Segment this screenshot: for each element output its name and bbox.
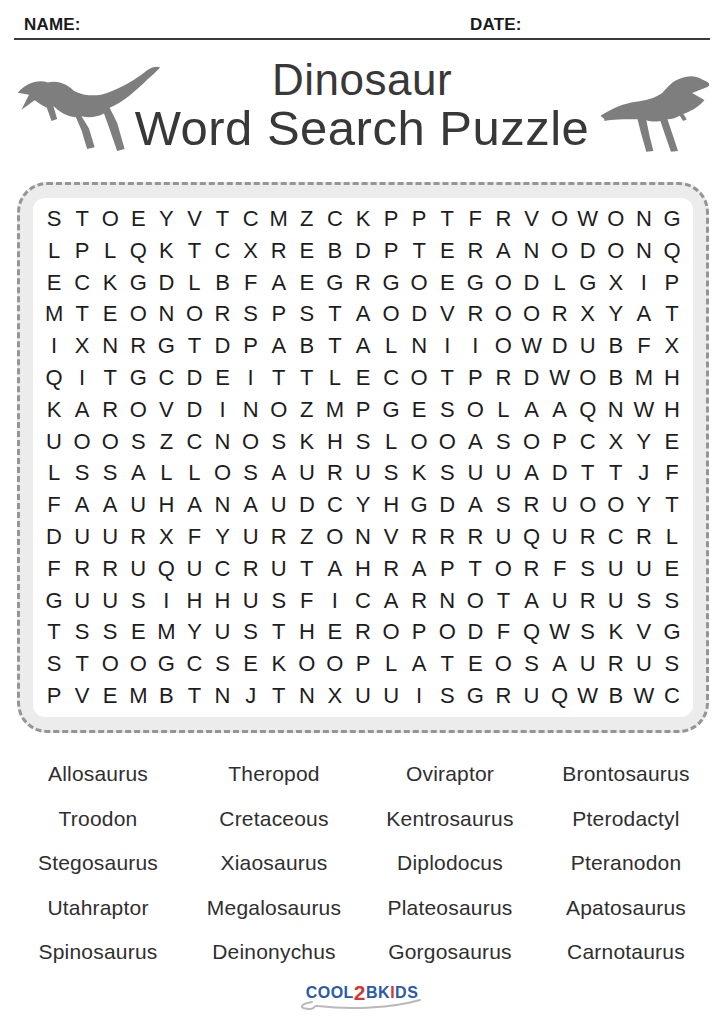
grid-cell[interactable]: K xyxy=(293,426,321,458)
grid-cell[interactable]: P xyxy=(349,394,377,426)
grid-cell[interactable]: C xyxy=(209,235,237,267)
grid-cell[interactable]: R xyxy=(124,521,152,553)
grid-cell[interactable]: P xyxy=(349,648,377,680)
grid-cell[interactable]: S xyxy=(68,617,96,649)
grid-cell[interactable]: O xyxy=(546,235,574,267)
grid-cell[interactable]: S xyxy=(124,585,152,617)
grid-cell[interactable]: F xyxy=(489,617,517,649)
grid-cell[interactable]: B xyxy=(293,330,321,362)
grid-cell[interactable]: K xyxy=(349,203,377,235)
grid-cell[interactable]: S xyxy=(517,648,545,680)
grid-cell[interactable]: A xyxy=(349,330,377,362)
grid-cell[interactable]: R xyxy=(124,330,152,362)
grid-cell[interactable]: K xyxy=(602,617,630,649)
grid-cell[interactable]: T xyxy=(433,362,461,394)
grid-cell[interactable]: G xyxy=(461,680,489,712)
grid-cell[interactable]: Q xyxy=(517,521,545,553)
grid-cell[interactable]: S xyxy=(489,426,517,458)
grid-cell[interactable]: O xyxy=(68,426,96,458)
grid-cell[interactable]: D xyxy=(433,489,461,521)
grid-cell[interactable]: D xyxy=(209,330,237,362)
grid-cell[interactable]: X xyxy=(574,298,602,330)
grid-cell[interactable]: D xyxy=(517,362,545,394)
grid-cell[interactable]: J xyxy=(237,680,265,712)
grid-cell[interactable]: T xyxy=(265,680,293,712)
grid-cell[interactable]: D xyxy=(40,521,68,553)
grid-cell[interactable]: L xyxy=(546,267,574,299)
grid-cell[interactable]: O xyxy=(433,617,461,649)
grid-cell[interactable]: I xyxy=(405,680,433,712)
grid-cell[interactable]: A xyxy=(517,458,545,490)
grid-cell[interactable]: G xyxy=(321,267,349,299)
grid-cell[interactable]: S xyxy=(658,585,686,617)
grid-cell[interactable]: P xyxy=(405,203,433,235)
grid-cell[interactable]: I xyxy=(630,267,658,299)
grid-cell[interactable]: K xyxy=(152,235,180,267)
grid-cell[interactable]: U xyxy=(517,680,545,712)
grid-cell[interactable]: Y xyxy=(602,298,630,330)
grid-cell[interactable]: A xyxy=(517,394,545,426)
grid-cell[interactable]: U xyxy=(68,585,96,617)
grid-cell[interactable]: P xyxy=(377,235,405,267)
grid-cell[interactable]: H xyxy=(152,489,180,521)
grid-cell[interactable]: T xyxy=(433,648,461,680)
grid-cell[interactable]: H xyxy=(658,362,686,394)
grid-cell[interactable]: R xyxy=(433,521,461,553)
grid-cell[interactable]: C xyxy=(321,203,349,235)
grid-cell[interactable]: A xyxy=(546,394,574,426)
grid-cell[interactable]: P xyxy=(658,267,686,299)
grid-cell[interactable]: X xyxy=(152,521,180,553)
grid-cell[interactable]: B xyxy=(602,680,630,712)
grid-cell[interactable]: O xyxy=(489,553,517,585)
grid-cell[interactable]: S xyxy=(574,617,602,649)
grid-cell[interactable]: R xyxy=(209,298,237,330)
grid-cell[interactable]: A xyxy=(265,267,293,299)
grid-cell[interactable]: S xyxy=(489,489,517,521)
grid-cell[interactable]: Y xyxy=(630,489,658,521)
grid-cell[interactable]: E xyxy=(237,648,265,680)
grid-cell[interactable]: T xyxy=(180,235,208,267)
grid-cell[interactable]: I xyxy=(237,362,265,394)
grid-cell[interactable]: Y xyxy=(349,489,377,521)
grid-cell[interactable]: A xyxy=(349,298,377,330)
grid-cell[interactable]: N xyxy=(293,680,321,712)
grid-cell[interactable]: D xyxy=(293,489,321,521)
grid-cell[interactable]: E xyxy=(124,617,152,649)
grid-cell[interactable]: E xyxy=(321,617,349,649)
grid-cell[interactable]: H xyxy=(293,617,321,649)
grid-cell[interactable]: S xyxy=(96,617,124,649)
grid-cell[interactable]: P xyxy=(461,362,489,394)
grid-cell[interactable]: U xyxy=(265,489,293,521)
grid-cell[interactable]: N xyxy=(630,203,658,235)
grid-cell[interactable]: R xyxy=(574,521,602,553)
grid-cell[interactable]: L xyxy=(40,235,68,267)
grid-cell[interactable]: A xyxy=(180,489,208,521)
grid-cell[interactable]: U xyxy=(96,521,124,553)
grid-cell[interactable]: S xyxy=(40,648,68,680)
grid-cell[interactable]: E xyxy=(658,553,686,585)
grid-cell[interactable]: U xyxy=(630,648,658,680)
grid-cell[interactable]: P xyxy=(405,617,433,649)
grid-cell[interactable]: R xyxy=(546,298,574,330)
grid-cell[interactable]: O xyxy=(489,648,517,680)
grid-cell[interactable]: F xyxy=(630,330,658,362)
grid-cell[interactable]: D xyxy=(180,362,208,394)
grid-cell[interactable]: C xyxy=(321,489,349,521)
grid-cell[interactable]: Q xyxy=(40,362,68,394)
grid-cell[interactable]: R xyxy=(96,394,124,426)
grid-cell[interactable]: R xyxy=(489,203,517,235)
grid-cell[interactable]: V xyxy=(433,298,461,330)
grid-cell[interactable]: W xyxy=(546,362,574,394)
grid-cell[interactable]: D xyxy=(574,235,602,267)
grid-cell[interactable]: C xyxy=(237,203,265,235)
grid-cell[interactable]: U xyxy=(349,458,377,490)
grid-cell[interactable]: H xyxy=(321,426,349,458)
grid-cell[interactable]: T xyxy=(265,617,293,649)
grid-cell[interactable]: A xyxy=(68,489,96,521)
grid-cell[interactable]: O xyxy=(433,426,461,458)
grid-cell[interactable]: Y xyxy=(209,521,237,553)
grid-cell[interactable]: R xyxy=(96,553,124,585)
grid-cell[interactable]: H xyxy=(377,489,405,521)
grid-cell[interactable]: O xyxy=(574,489,602,521)
grid-cell[interactable]: G xyxy=(377,394,405,426)
grid-cell[interactable]: R xyxy=(602,648,630,680)
grid-cell[interactable]: M xyxy=(152,617,180,649)
grid-cell[interactable]: D xyxy=(461,617,489,649)
grid-cell[interactable]: N xyxy=(209,426,237,458)
grid-cell[interactable]: J xyxy=(630,458,658,490)
grid-cell[interactable]: O xyxy=(209,458,237,490)
grid-cell[interactable]: T xyxy=(68,203,96,235)
grid-cell[interactable]: G xyxy=(658,203,686,235)
grid-cell[interactable]: Z xyxy=(293,203,321,235)
grid-cell[interactable]: L xyxy=(489,394,517,426)
grid-cell[interactable]: T xyxy=(68,648,96,680)
grid-cell[interactable]: A xyxy=(405,553,433,585)
grid-cell[interactable]: E xyxy=(433,267,461,299)
grid-cell[interactable]: O xyxy=(461,585,489,617)
grid-cell[interactable]: N xyxy=(405,330,433,362)
grid-cell[interactable]: U xyxy=(574,330,602,362)
grid-cell[interactable]: Q xyxy=(574,394,602,426)
grid-cell[interactable]: F xyxy=(461,203,489,235)
grid-cell[interactable]: U xyxy=(68,521,96,553)
grid-cell[interactable]: X xyxy=(321,680,349,712)
grid-cell[interactable]: T xyxy=(489,585,517,617)
grid-cell[interactable]: C xyxy=(658,680,686,712)
grid-cell[interactable]: K xyxy=(405,458,433,490)
grid-cell[interactable]: C xyxy=(349,585,377,617)
grid-cell[interactable]: U xyxy=(546,489,574,521)
grid-cell[interactable]: A xyxy=(265,458,293,490)
grid-cell[interactable]: L xyxy=(321,362,349,394)
grid-cell[interactable]: I xyxy=(461,330,489,362)
grid-cell[interactable]: S xyxy=(124,426,152,458)
grid-cell[interactable]: N xyxy=(433,585,461,617)
grid-cell[interactable]: B xyxy=(602,330,630,362)
grid-cell[interactable]: A xyxy=(124,458,152,490)
grid-cell[interactable]: O xyxy=(517,298,545,330)
grid-cell[interactable]: S xyxy=(237,617,265,649)
grid-cell[interactable]: O xyxy=(574,362,602,394)
grid-cell[interactable]: S xyxy=(433,680,461,712)
grid-cell[interactable]: S xyxy=(574,553,602,585)
grid-cell[interactable]: U xyxy=(96,585,124,617)
grid-cell[interactable]: T xyxy=(265,362,293,394)
grid-cell[interactable]: R xyxy=(574,585,602,617)
grid-cell[interactable]: G xyxy=(152,648,180,680)
grid-cell[interactable]: R xyxy=(349,617,377,649)
grid-cell[interactable]: O xyxy=(489,330,517,362)
grid-cell[interactable]: R xyxy=(489,362,517,394)
grid-cell[interactable]: Q xyxy=(658,235,686,267)
grid-cell[interactable]: Q xyxy=(517,617,545,649)
grid-cell[interactable]: O xyxy=(405,426,433,458)
grid-cell[interactable]: S xyxy=(237,298,265,330)
grid-cell[interactable]: R xyxy=(405,585,433,617)
grid-cell[interactable]: T xyxy=(180,330,208,362)
grid-cell[interactable]: O xyxy=(237,426,265,458)
grid-cell[interactable]: O xyxy=(96,203,124,235)
grid-cell[interactable]: U xyxy=(40,426,68,458)
grid-cell[interactable]: T xyxy=(433,203,461,235)
grid-cell[interactable]: A xyxy=(68,394,96,426)
grid-cell[interactable]: I xyxy=(321,585,349,617)
grid-cell[interactable]: A xyxy=(96,489,124,521)
grid-cell[interactable]: N xyxy=(630,235,658,267)
grid-cell[interactable]: M xyxy=(265,203,293,235)
grid-cell[interactable]: V xyxy=(377,521,405,553)
grid-cell[interactable]: L xyxy=(180,267,208,299)
grid-cell[interactable]: W xyxy=(630,680,658,712)
grid-cell[interactable]: W xyxy=(517,330,545,362)
grid-cell[interactable]: M xyxy=(630,362,658,394)
grid-cell[interactable]: S xyxy=(265,585,293,617)
grid-cell[interactable]: T xyxy=(405,235,433,267)
grid-cell[interactable]: D xyxy=(180,394,208,426)
grid-cell[interactable]: T xyxy=(68,298,96,330)
grid-cell[interactable]: N xyxy=(349,521,377,553)
grid-cell[interactable]: F xyxy=(40,553,68,585)
grid-cell[interactable]: O xyxy=(293,648,321,680)
grid-cell[interactable]: O xyxy=(405,362,433,394)
grid-cell[interactable]: N xyxy=(209,489,237,521)
grid-cell[interactable]: I xyxy=(209,394,237,426)
grid-cell[interactable]: I xyxy=(152,585,180,617)
grid-cell[interactable]: O xyxy=(96,426,124,458)
grid-cell[interactable]: R xyxy=(517,489,545,521)
grid-cell[interactable]: O xyxy=(124,298,152,330)
grid-cell[interactable]: S xyxy=(40,203,68,235)
grid-cell[interactable]: A xyxy=(265,330,293,362)
grid-cell[interactable]: S xyxy=(96,458,124,490)
grid-cell[interactable]: N xyxy=(602,394,630,426)
grid-cell[interactable]: Z xyxy=(152,426,180,458)
grid-cell[interactable]: L xyxy=(377,330,405,362)
grid-cell[interactable]: F xyxy=(546,553,574,585)
grid-cell[interactable]: N xyxy=(517,235,545,267)
grid-cell[interactable]: U xyxy=(546,521,574,553)
grid-cell[interactable]: S xyxy=(237,458,265,490)
grid-cell[interactable]: O xyxy=(265,394,293,426)
grid-cell[interactable]: K xyxy=(96,267,124,299)
grid-cell[interactable]: M xyxy=(124,680,152,712)
grid-cell[interactable]: L xyxy=(40,458,68,490)
grid-cell[interactable]: N xyxy=(209,680,237,712)
grid-cell[interactable]: G xyxy=(124,267,152,299)
grid-cell[interactable]: I xyxy=(433,330,461,362)
grid-cell[interactable]: P xyxy=(40,680,68,712)
grid-cell[interactable]: U xyxy=(377,680,405,712)
grid-cell[interactable]: F xyxy=(40,489,68,521)
grid-cell[interactable]: V xyxy=(630,617,658,649)
grid-cell[interactable]: S xyxy=(433,458,461,490)
grid-cell[interactable]: Y xyxy=(152,203,180,235)
grid-cell[interactable]: T xyxy=(293,362,321,394)
grid-cell[interactable]: I xyxy=(68,362,96,394)
grid-cell[interactable]: C xyxy=(152,362,180,394)
grid-cell[interactable]: O xyxy=(321,521,349,553)
grid-cell[interactable]: S xyxy=(265,426,293,458)
grid-cell[interactable]: W xyxy=(574,680,602,712)
grid-cell[interactable]: T xyxy=(180,680,208,712)
grid-cell[interactable]: W xyxy=(546,617,574,649)
grid-cell[interactable]: U xyxy=(574,648,602,680)
grid-cell[interactable]: R xyxy=(517,553,545,585)
grid-cell[interactable]: S xyxy=(630,585,658,617)
grid-cell[interactable]: Q xyxy=(124,235,152,267)
grid-cell[interactable]: U xyxy=(293,458,321,490)
grid-cell[interactable]: U xyxy=(602,585,630,617)
grid-cell[interactable]: O xyxy=(96,648,124,680)
grid-cell[interactable]: Q xyxy=(546,680,574,712)
grid-cell[interactable]: O xyxy=(602,489,630,521)
grid-cell[interactable]: W xyxy=(630,394,658,426)
grid-cell[interactable]: E xyxy=(96,298,124,330)
grid-cell[interactable]: Y xyxy=(180,617,208,649)
grid-cell[interactable]: A xyxy=(546,648,574,680)
grid-cell[interactable]: O xyxy=(489,267,517,299)
grid-cell[interactable]: O xyxy=(546,203,574,235)
grid-cell[interactable]: I xyxy=(40,330,68,362)
grid-cell[interactable]: C xyxy=(377,362,405,394)
grid-cell[interactable]: L xyxy=(658,521,686,553)
grid-cell[interactable]: P xyxy=(546,426,574,458)
grid-cell[interactable]: T xyxy=(658,298,686,330)
grid-cell[interactable]: X xyxy=(602,426,630,458)
grid-cell[interactable]: A xyxy=(630,298,658,330)
grid-cell[interactable]: P xyxy=(265,298,293,330)
grid-cell[interactable]: O xyxy=(377,617,405,649)
grid-cell[interactable]: X xyxy=(68,330,96,362)
grid-cell[interactable]: T xyxy=(321,330,349,362)
grid-cell[interactable]: D xyxy=(349,235,377,267)
grid-cell[interactable]: E xyxy=(658,426,686,458)
grid-cell[interactable]: S xyxy=(658,648,686,680)
grid-cell[interactable]: L xyxy=(377,426,405,458)
grid-cell[interactable]: U xyxy=(209,617,237,649)
grid-cell[interactable]: L xyxy=(180,458,208,490)
grid-cell[interactable]: U xyxy=(180,553,208,585)
grid-cell[interactable]: D xyxy=(405,298,433,330)
grid-cell[interactable]: S xyxy=(209,648,237,680)
grid-cell[interactable]: H xyxy=(180,585,208,617)
grid-cell[interactable]: S xyxy=(293,298,321,330)
grid-cell[interactable]: V xyxy=(180,203,208,235)
grid-cell[interactable]: U xyxy=(461,458,489,490)
grid-cell[interactable]: O xyxy=(461,394,489,426)
grid-cell[interactable]: K xyxy=(265,648,293,680)
grid-cell[interactable]: U xyxy=(124,489,152,521)
grid-cell[interactable]: U xyxy=(630,553,658,585)
grid-cell[interactable]: X xyxy=(237,235,265,267)
grid-cell[interactable]: K xyxy=(40,394,68,426)
grid-cell[interactable]: G xyxy=(461,267,489,299)
grid-cell[interactable]: V xyxy=(517,203,545,235)
grid-cell[interactable]: U xyxy=(349,680,377,712)
grid-cell[interactable]: U xyxy=(124,553,152,585)
grid-cell[interactable]: E xyxy=(293,235,321,267)
grid-cell[interactable]: T xyxy=(574,458,602,490)
grid-cell[interactable]: A xyxy=(461,489,489,521)
grid-cell[interactable]: N xyxy=(96,330,124,362)
grid-cell[interactable]: R xyxy=(630,521,658,553)
grid-cell[interactable]: G xyxy=(124,362,152,394)
grid-cell[interactable]: E xyxy=(209,362,237,394)
grid-cell[interactable]: E xyxy=(40,267,68,299)
grid-cell[interactable]: R xyxy=(68,553,96,585)
grid-cell[interactable]: A xyxy=(517,585,545,617)
grid-cell[interactable]: C xyxy=(68,267,96,299)
grid-cell[interactable]: A xyxy=(321,553,349,585)
grid-cell[interactable]: R xyxy=(377,553,405,585)
grid-cell[interactable]: R xyxy=(265,235,293,267)
grid-cell[interactable]: B xyxy=(152,680,180,712)
grid-cell[interactable]: U xyxy=(489,521,517,553)
grid-cell[interactable]: A xyxy=(237,489,265,521)
grid-cell[interactable]: F xyxy=(293,585,321,617)
grid-cell[interactable]: P xyxy=(433,553,461,585)
grid-cell[interactable]: O xyxy=(602,235,630,267)
grid-cell[interactable]: D xyxy=(546,330,574,362)
grid-cell[interactable]: T xyxy=(40,617,68,649)
grid-cell[interactable]: O xyxy=(517,426,545,458)
grid-cell[interactable]: S xyxy=(349,426,377,458)
grid-cell[interactable]: T xyxy=(209,203,237,235)
grid-cell[interactable]: G xyxy=(152,330,180,362)
grid-cell[interactable]: F xyxy=(237,267,265,299)
grid-cell[interactable]: U xyxy=(602,553,630,585)
grid-cell[interactable]: O xyxy=(321,648,349,680)
grid-cell[interactable]: T xyxy=(321,298,349,330)
grid-cell[interactable]: R xyxy=(489,680,517,712)
grid-cell[interactable]: D xyxy=(517,267,545,299)
grid-cell[interactable]: A xyxy=(489,235,517,267)
grid-cell[interactable]: L xyxy=(377,648,405,680)
grid-cell[interactable]: L xyxy=(152,458,180,490)
grid-cell[interactable]: R xyxy=(265,521,293,553)
grid-cell[interactable]: R xyxy=(461,235,489,267)
grid-cell[interactable]: T xyxy=(293,553,321,585)
grid-cell[interactable]: B xyxy=(321,235,349,267)
grid-cell[interactable]: O xyxy=(489,298,517,330)
grid-cell[interactable]: M xyxy=(321,394,349,426)
grid-cell[interactable]: A xyxy=(377,585,405,617)
